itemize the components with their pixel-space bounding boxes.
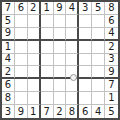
given-digit: 9: [18, 107, 24, 117]
cell-r5c7[interactable]: [79, 54, 92, 67]
cell-r2c5[interactable]: [54, 15, 67, 28]
cell-r1c6[interactable]: 4: [66, 2, 79, 15]
cell-r4c6[interactable]: [66, 41, 79, 54]
cell-r4c1[interactable]: 1: [2, 41, 15, 54]
cell-r1c4[interactable]: 1: [41, 2, 54, 15]
given-digit: 2: [56, 107, 62, 117]
sudoku-board: 76219435856941243296781391728645: [0, 0, 120, 120]
cell-r4c3[interactable]: [28, 41, 41, 54]
given-digit: 1: [30, 107, 36, 117]
cell-r7c5[interactable]: [54, 79, 67, 92]
cell-r9c5[interactable]: 2: [54, 105, 67, 118]
given-digit: 7: [43, 107, 49, 117]
cell-r3c1[interactable]: 9: [2, 28, 15, 41]
cell-r3c5[interactable]: [54, 28, 67, 41]
cell-r8c1[interactable]: 8: [2, 92, 15, 105]
given-digit: 4: [5, 54, 11, 64]
given-digit: 6: [108, 16, 114, 26]
cell-r3c4[interactable]: [41, 28, 54, 41]
cell-r4c5[interactable]: [54, 41, 67, 54]
given-digit: 8: [5, 93, 11, 103]
given-digit: 1: [108, 93, 114, 103]
cell-r7c4[interactable]: [41, 79, 54, 92]
cell-r1c8[interactable]: 5: [92, 2, 105, 15]
cell-r6c3[interactable]: [28, 66, 41, 79]
cell-r8c3[interactable]: [28, 92, 41, 105]
cell-r9c6[interactable]: 8: [66, 105, 79, 118]
cell-r3c7[interactable]: [79, 28, 92, 41]
cell-r7c1[interactable]: 6: [2, 79, 15, 92]
given-digit: 1: [5, 42, 11, 52]
cell-r4c8[interactable]: [92, 41, 105, 54]
cell-r5c5[interactable]: [54, 54, 67, 67]
cell-r2c2[interactable]: [15, 15, 28, 28]
given-digit: 9: [56, 3, 62, 13]
cell-r1c2[interactable]: 6: [15, 2, 28, 15]
cell-r2c1[interactable]: 5: [2, 15, 15, 28]
cell-r2c3[interactable]: [28, 15, 41, 28]
given-digit: 5: [108, 107, 114, 117]
given-digit: 9: [108, 67, 114, 77]
cell-r9c7[interactable]: 6: [79, 105, 92, 118]
cell-r6c4[interactable]: [41, 66, 54, 79]
cell-r1c1[interactable]: 7: [2, 2, 15, 15]
given-digit: 3: [82, 3, 88, 13]
cell-r9c8[interactable]: 4: [92, 105, 105, 118]
cell-r4c2[interactable]: [15, 41, 28, 54]
cell-r9c3[interactable]: 1: [28, 105, 41, 118]
cell-r9c1[interactable]: 3: [2, 105, 15, 118]
cell-r8c7[interactable]: [79, 92, 92, 105]
cell-r2c9[interactable]: 6: [105, 15, 118, 28]
given-digit: 1: [43, 3, 49, 13]
cell-r7c7[interactable]: [79, 79, 92, 92]
given-digit: 4: [69, 3, 75, 13]
given-digit: 2: [108, 42, 114, 52]
given-digit: 4: [108, 28, 114, 38]
cell-r5c8[interactable]: [92, 54, 105, 67]
given-digit: 8: [108, 3, 114, 13]
cell-r1c7[interactable]: 3: [79, 2, 92, 15]
cell-r6c5[interactable]: [54, 66, 67, 79]
cell-r8c2[interactable]: [15, 92, 28, 105]
cell-r7c2[interactable]: [15, 79, 28, 92]
given-digit: 6: [82, 107, 88, 117]
cell-r5c6[interactable]: [66, 54, 79, 67]
circle-marker: [70, 74, 77, 81]
cell-r3c2[interactable]: [15, 28, 28, 41]
given-digit: 7: [108, 80, 114, 90]
given-digit: 5: [5, 16, 11, 26]
cell-r7c6[interactable]: [66, 79, 79, 92]
cell-r4c7[interactable]: [79, 41, 92, 54]
cell-r1c9[interactable]: 8: [105, 2, 118, 15]
cell-r9c2[interactable]: 9: [15, 105, 28, 118]
given-digit: 6: [5, 80, 11, 90]
cell-r3c3[interactable]: [28, 28, 41, 41]
cell-r5c3[interactable]: [28, 54, 41, 67]
cell-r6c2[interactable]: [15, 66, 28, 79]
cell-r2c4[interactable]: [41, 15, 54, 28]
given-digit: 2: [5, 67, 11, 77]
cell-r5c4[interactable]: [41, 54, 54, 67]
cell-r3c9[interactable]: 4: [105, 28, 118, 41]
cell-r1c5[interactable]: 9: [54, 2, 67, 15]
cell-r9c9[interactable]: 5: [105, 105, 118, 118]
cell-r6c1[interactable]: 2: [2, 66, 15, 79]
given-digit: 2: [30, 3, 36, 13]
cell-r1c3[interactable]: 2: [28, 2, 41, 15]
given-digit: 9: [5, 28, 11, 38]
cell-r8c8[interactable]: [92, 92, 105, 105]
cell-r8c4[interactable]: [41, 92, 54, 105]
cell-r8c9[interactable]: 1: [105, 92, 118, 105]
cell-r6c8[interactable]: [92, 66, 105, 79]
given-digit: 3: [108, 54, 114, 64]
cell-r7c9[interactable]: 7: [105, 79, 118, 92]
given-digit: 6: [18, 3, 24, 13]
cell-r5c2[interactable]: [15, 54, 28, 67]
given-digit: 5: [95, 3, 101, 13]
cell-r3c8[interactable]: [92, 28, 105, 41]
cell-r9c4[interactable]: 7: [41, 105, 54, 118]
cell-r2c7[interactable]: [79, 15, 92, 28]
cell-r5c9[interactable]: 3: [105, 54, 118, 67]
cell-r6c7[interactable]: [79, 66, 92, 79]
cell-r6c9[interactable]: 9: [105, 66, 118, 79]
cell-r2c8[interactable]: [92, 15, 105, 28]
given-digit: 3: [5, 107, 11, 117]
cell-r5c1[interactable]: 4: [2, 54, 15, 67]
cell-r3c6[interactable]: [66, 28, 79, 41]
cell-r8c5[interactable]: [54, 92, 67, 105]
given-digit: 7: [5, 3, 11, 13]
cell-r4c4[interactable]: [41, 41, 54, 54]
given-digit: 4: [95, 107, 101, 117]
cell-r7c3[interactable]: [28, 79, 41, 92]
cell-r4c9[interactable]: 2: [105, 41, 118, 54]
cell-r2c6[interactable]: [66, 15, 79, 28]
cell-r8c6[interactable]: [66, 92, 79, 105]
cell-r7c8[interactable]: [92, 79, 105, 92]
given-digit: 8: [69, 107, 75, 117]
